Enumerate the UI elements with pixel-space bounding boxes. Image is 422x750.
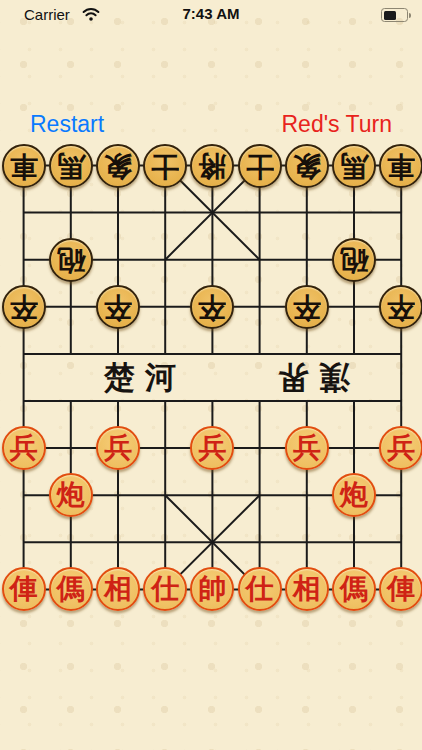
piece-red-horse[interactable]: 傌	[332, 567, 376, 611]
piece-glyph: 士	[151, 152, 179, 180]
piece-red-horse[interactable]: 傌	[49, 567, 93, 611]
piece-glyph: 車	[10, 152, 38, 180]
piece-glyph: 卒	[104, 293, 132, 321]
piece-glyph: 俥	[387, 575, 415, 603]
piece-black-advisor[interactable]: 士	[143, 144, 187, 188]
piece-red-chariot[interactable]: 俥	[2, 567, 46, 611]
piece-black-chariot[interactable]: 車	[2, 144, 46, 188]
piece-glyph: 將	[198, 152, 226, 180]
piece-glyph: 俥	[10, 575, 38, 603]
piece-red-elephant[interactable]: 相	[285, 567, 329, 611]
piece-red-advisor[interactable]: 仕	[238, 567, 282, 611]
piece-red-soldier[interactable]: 兵	[190, 426, 234, 470]
piece-glyph: 傌	[57, 575, 85, 603]
piece-black-soldier[interactable]: 卒	[285, 285, 329, 329]
piece-red-soldier[interactable]: 兵	[2, 426, 46, 470]
piece-glyph: 兵	[198, 434, 226, 462]
piece-red-elephant[interactable]: 相	[96, 567, 140, 611]
piece-glyph: 相	[104, 575, 132, 603]
phone-screen: Carrier 7:43 AM Restart Red's Turn 楚河 漢界…	[0, 0, 422, 750]
piece-black-advisor[interactable]: 士	[238, 144, 282, 188]
piece-glyph: 帥	[198, 575, 226, 603]
piece-red-advisor[interactable]: 仕	[143, 567, 187, 611]
piece-black-cannon[interactable]: 砲	[332, 238, 376, 282]
piece-glyph: 士	[246, 152, 274, 180]
xiangqi-board[interactable]: 楚河 漢界 車馬象士將士象馬車砲砲卒卒卒卒卒兵兵兵兵兵炮炮俥傌相仕帥仕相傌俥	[0, 0, 422, 750]
piece-glyph: 卒	[293, 293, 321, 321]
piece-glyph: 仕	[246, 575, 274, 603]
piece-glyph: 卒	[387, 293, 415, 321]
piece-glyph: 炮	[57, 481, 85, 509]
piece-red-cannon[interactable]: 炮	[49, 473, 93, 517]
piece-black-soldier[interactable]: 卒	[379, 285, 422, 329]
piece-black-horse[interactable]: 馬	[332, 144, 376, 188]
piece-glyph: 兵	[387, 434, 415, 462]
piece-glyph: 馬	[340, 152, 368, 180]
piece-red-soldier[interactable]: 兵	[96, 426, 140, 470]
piece-glyph: 馬	[57, 152, 85, 180]
piece-red-soldier[interactable]: 兵	[285, 426, 329, 470]
piece-black-horse[interactable]: 馬	[49, 144, 93, 188]
piece-red-cannon[interactable]: 炮	[332, 473, 376, 517]
piece-glyph: 兵	[10, 434, 38, 462]
piece-black-general[interactable]: 將	[190, 144, 234, 188]
piece-layer: 車馬象士將士象馬車砲砲卒卒卒卒卒兵兵兵兵兵炮炮俥傌相仕帥仕相傌俥	[0, 142, 422, 613]
piece-black-soldier[interactable]: 卒	[190, 285, 234, 329]
piece-glyph: 象	[293, 152, 321, 180]
piece-black-chariot[interactable]: 車	[379, 144, 422, 188]
piece-glyph: 炮	[340, 481, 368, 509]
piece-glyph: 傌	[340, 575, 368, 603]
piece-glyph: 兵	[293, 434, 321, 462]
piece-glyph: 砲	[340, 246, 368, 274]
piece-glyph: 仕	[151, 575, 179, 603]
piece-black-elephant[interactable]: 象	[96, 144, 140, 188]
piece-glyph: 卒	[198, 293, 226, 321]
piece-glyph: 象	[104, 152, 132, 180]
piece-red-chariot[interactable]: 俥	[379, 567, 422, 611]
piece-black-elephant[interactable]: 象	[285, 144, 329, 188]
piece-glyph: 車	[387, 152, 415, 180]
piece-glyph: 兵	[104, 434, 132, 462]
piece-glyph: 砲	[57, 246, 85, 274]
piece-black-cannon[interactable]: 砲	[49, 238, 93, 282]
piece-red-soldier[interactable]: 兵	[379, 426, 422, 470]
piece-black-soldier[interactable]: 卒	[2, 285, 46, 329]
piece-glyph: 卒	[10, 293, 38, 321]
piece-black-soldier[interactable]: 卒	[96, 285, 140, 329]
piece-red-general[interactable]: 帥	[190, 567, 234, 611]
piece-glyph: 相	[293, 575, 321, 603]
